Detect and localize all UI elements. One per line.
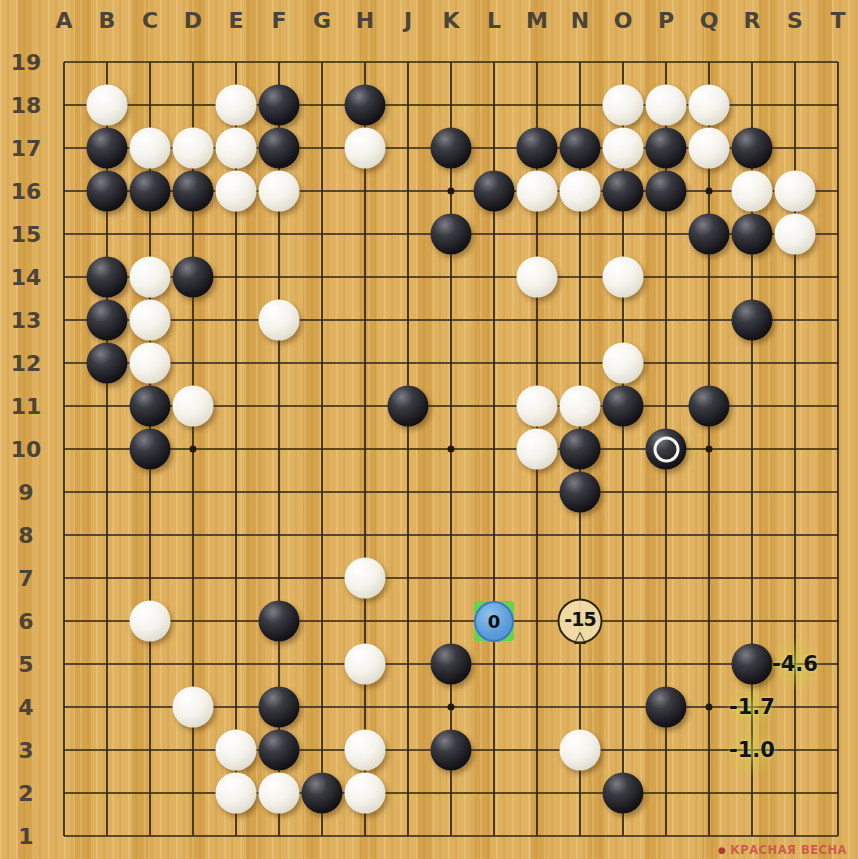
stone-black-F17: [259, 128, 300, 169]
col-label-N: N: [562, 5, 598, 35]
star-point-Q10: [706, 446, 713, 453]
stone-black-M17: [517, 128, 558, 169]
stone-white-N3: [560, 730, 601, 771]
stone-black-Q11: [689, 386, 730, 427]
stone-black-B16: [87, 171, 128, 212]
score-label-R4: -1.7: [729, 695, 775, 719]
col-label-H: H: [347, 5, 383, 35]
stone-white-N11: [560, 386, 601, 427]
row-label-9: 9: [8, 477, 44, 507]
row-label-13: 13: [8, 305, 44, 335]
row-label-1: 1: [8, 821, 44, 851]
col-label-A: A: [46, 5, 82, 35]
stone-black-R13: [732, 300, 773, 341]
stone-black-L16: [474, 171, 515, 212]
stone-white-D4: [173, 687, 214, 728]
stone-white-F2: [259, 773, 300, 814]
stone-black-K3: [431, 730, 472, 771]
stone-black-O11: [603, 386, 644, 427]
row-label-18: 18: [8, 90, 44, 120]
col-label-J: J: [390, 5, 426, 35]
stone-black-B17: [87, 128, 128, 169]
triangle-icon: △: [574, 629, 586, 645]
stone-black-R17: [732, 128, 773, 169]
stone-white-M16: [517, 171, 558, 212]
candidate-move-circle: 0: [474, 601, 514, 642]
stone-black-N9: [560, 472, 601, 513]
stone-white-O14: [603, 257, 644, 298]
stone-white-O18: [603, 85, 644, 126]
stone-white-C17: [130, 128, 171, 169]
stone-black-J11: [388, 386, 429, 427]
row-label-11: 11: [8, 391, 44, 421]
stone-white-N16: [560, 171, 601, 212]
watermark: ● КРАСНАЯ ВЕСНА: [718, 843, 847, 857]
stone-black-N17: [560, 128, 601, 169]
col-label-K: K: [433, 5, 469, 35]
stone-white-H7: [345, 558, 386, 599]
score-label-R3: -1.0: [729, 738, 775, 762]
stone-white-O12: [603, 343, 644, 384]
stone-white-F13: [259, 300, 300, 341]
row-label-4: 4: [8, 692, 44, 722]
stone-black-K17: [431, 128, 472, 169]
col-label-F: F: [261, 5, 297, 35]
col-label-G: G: [304, 5, 340, 35]
stone-white-E2: [216, 773, 257, 814]
star-point-Q4: [706, 704, 713, 711]
col-label-R: R: [734, 5, 770, 35]
col-label-O: O: [605, 5, 641, 35]
stone-white-M14: [517, 257, 558, 298]
row-label-6: 6: [8, 606, 44, 636]
row-label-19: 19: [8, 47, 44, 77]
stone-black-R15: [732, 214, 773, 255]
stone-white-Q17: [689, 128, 730, 169]
col-label-P: P: [648, 5, 684, 35]
stone-black-C11: [130, 386, 171, 427]
stone-white-E18: [216, 85, 257, 126]
stone-white-O17: [603, 128, 644, 169]
star-point-K10: [448, 446, 455, 453]
col-label-E: E: [218, 5, 254, 35]
stone-white-D17: [173, 128, 214, 169]
row-label-5: 5: [8, 649, 44, 679]
stone-white-S16: [775, 171, 816, 212]
stone-black-C10: [130, 429, 171, 470]
stone-black-G2: [302, 773, 343, 814]
stone-black-D14: [173, 257, 214, 298]
stone-black-N10: [560, 429, 601, 470]
go-board: ABCDEFGHJKLMNOPQRST191817161514131211109…: [0, 0, 858, 859]
stone-black-Q15: [689, 214, 730, 255]
stone-black-B14: [87, 257, 128, 298]
stone-white-H2: [345, 773, 386, 814]
stone-black-C16: [130, 171, 171, 212]
col-label-T: T: [820, 5, 856, 35]
col-label-Q: Q: [691, 5, 727, 35]
stone-black-F18: [259, 85, 300, 126]
row-label-14: 14: [8, 262, 44, 292]
stone-black-F3: [259, 730, 300, 771]
candidate-move-marker-N6: -15△: [558, 599, 603, 644]
watermark-dot-icon: ●: [718, 845, 726, 855]
row-label-16: 16: [8, 176, 44, 206]
stone-black-P16: [646, 171, 687, 212]
col-label-S: S: [777, 5, 813, 35]
stone-black-D16: [173, 171, 214, 212]
star-point-K16: [448, 188, 455, 195]
stone-white-H5: [345, 644, 386, 685]
stone-white-E3: [216, 730, 257, 771]
stone-white-F16: [259, 171, 300, 212]
stone-black-F4: [259, 687, 300, 728]
stone-white-M11: [517, 386, 558, 427]
stone-black-B13: [87, 300, 128, 341]
stone-black-P10: [646, 429, 687, 470]
stone-white-B18: [87, 85, 128, 126]
stone-black-P4: [646, 687, 687, 728]
star-point-D10: [190, 446, 197, 453]
row-label-7: 7: [8, 563, 44, 593]
stone-white-C6: [130, 601, 171, 642]
stone-white-C13: [130, 300, 171, 341]
col-label-L: L: [476, 5, 512, 35]
star-point-K4: [448, 704, 455, 711]
stone-black-B12: [87, 343, 128, 384]
candidate-move-marker-L6: 0: [474, 601, 514, 641]
stone-black-O16: [603, 171, 644, 212]
score-label-S5: -4.6: [772, 652, 818, 676]
stone-black-R5: [732, 644, 773, 685]
stone-white-R16: [732, 171, 773, 212]
col-label-M: M: [519, 5, 555, 35]
row-label-15: 15: [8, 219, 44, 249]
row-label-17: 17: [8, 133, 44, 163]
stone-white-E16: [216, 171, 257, 212]
stone-black-F6: [259, 601, 300, 642]
stone-white-D11: [173, 386, 214, 427]
stone-black-H18: [345, 85, 386, 126]
row-label-8: 8: [8, 520, 44, 550]
col-label-B: B: [89, 5, 125, 35]
stone-black-K5: [431, 644, 472, 685]
stone-white-H3: [345, 730, 386, 771]
stone-white-S15: [775, 214, 816, 255]
stone-black-K15: [431, 214, 472, 255]
stone-white-H17: [345, 128, 386, 169]
watermark-text: КРАСНАЯ ВЕСНА: [730, 843, 847, 857]
row-label-2: 2: [8, 778, 44, 808]
last-move-circle-marker: [653, 436, 679, 462]
stone-black-P17: [646, 128, 687, 169]
stone-white-P18: [646, 85, 687, 126]
star-point-Q16: [706, 188, 713, 195]
stone-white-E17: [216, 128, 257, 169]
row-label-3: 3: [8, 735, 44, 765]
col-label-C: C: [132, 5, 168, 35]
stone-white-C12: [130, 343, 171, 384]
col-label-D: D: [175, 5, 211, 35]
row-label-12: 12: [8, 348, 44, 378]
stone-white-C14: [130, 257, 171, 298]
stone-white-M10: [517, 429, 558, 470]
stone-black-O2: [603, 773, 644, 814]
stone-white-Q18: [689, 85, 730, 126]
row-label-10: 10: [8, 434, 44, 464]
